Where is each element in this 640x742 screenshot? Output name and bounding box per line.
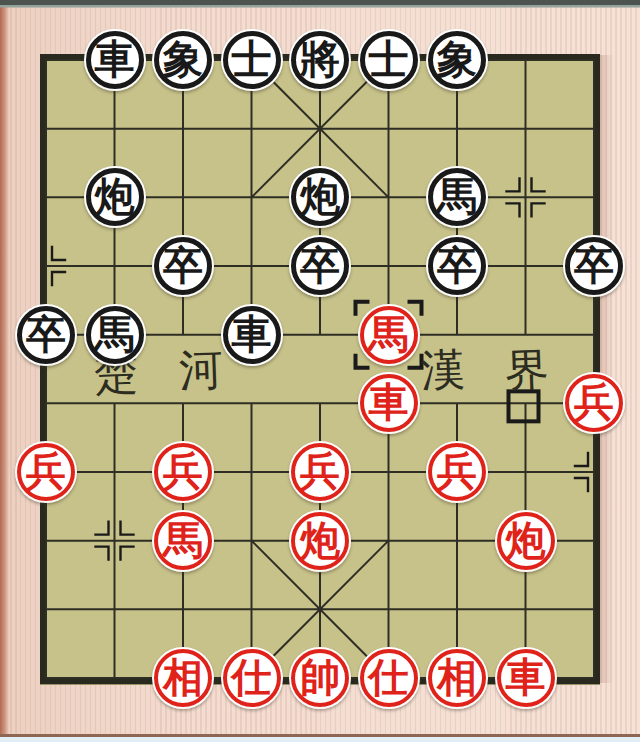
black-elephant-glyph: 象 bbox=[163, 39, 203, 79]
piece-red-soldier[interactable]: 兵 bbox=[289, 441, 351, 503]
piece-black-cannon[interactable]: 炮 bbox=[84, 166, 146, 228]
pieces-layer: 車象士將士象炮炮馬卒卒卒卒卒馬車馬車兵兵兵兵兵馬炮炮相仕帥仕相車 bbox=[0, 0, 640, 742]
red-soldier-glyph: 兵 bbox=[26, 451, 66, 491]
black-soldier-glyph: 卒 bbox=[574, 245, 614, 285]
piece-red-soldier[interactable]: 兵 bbox=[426, 441, 488, 503]
piece-black-advisor[interactable]: 士 bbox=[221, 29, 283, 91]
red-soldier-glyph: 兵 bbox=[300, 451, 340, 491]
black-chariot-glyph: 車 bbox=[95, 39, 135, 79]
red-chariot-glyph: 車 bbox=[369, 382, 409, 422]
piece-red-soldier[interactable]: 兵 bbox=[152, 441, 214, 503]
piece-red-horse[interactable]: 馬 bbox=[152, 510, 214, 572]
red-elephant-glyph: 相 bbox=[163, 657, 203, 697]
piece-black-chariot[interactable]: 車 bbox=[84, 29, 146, 91]
red-general-glyph: 帥 bbox=[300, 657, 340, 697]
red-horse-glyph: 馬 bbox=[163, 520, 203, 560]
piece-red-horse[interactable]: 馬 bbox=[358, 304, 420, 366]
piece-black-general[interactable]: 將 bbox=[289, 29, 351, 91]
black-horse-glyph: 馬 bbox=[95, 314, 135, 354]
piece-black-soldier[interactable]: 卒 bbox=[289, 235, 351, 297]
piece-black-soldier[interactable]: 卒 bbox=[426, 235, 488, 297]
piece-black-horse[interactable]: 馬 bbox=[426, 166, 488, 228]
black-soldier-glyph: 卒 bbox=[300, 245, 340, 285]
piece-red-cannon[interactable]: 炮 bbox=[289, 510, 351, 572]
piece-red-chariot[interactable]: 車 bbox=[495, 647, 557, 709]
piece-black-cannon[interactable]: 炮 bbox=[289, 166, 351, 228]
black-soldier-glyph: 卒 bbox=[163, 245, 203, 285]
piece-black-soldier[interactable]: 卒 bbox=[152, 235, 214, 297]
black-soldier-glyph: 卒 bbox=[26, 314, 66, 354]
piece-red-soldier[interactable]: 兵 bbox=[15, 441, 77, 503]
red-horse-glyph: 馬 bbox=[369, 314, 409, 354]
red-soldier-glyph: 兵 bbox=[437, 451, 477, 491]
piece-red-general[interactable]: 帥 bbox=[289, 647, 351, 709]
piece-black-elephant[interactable]: 象 bbox=[426, 29, 488, 91]
frame-bottom-strip bbox=[0, 737, 640, 742]
red-soldier-glyph: 兵 bbox=[163, 451, 203, 491]
red-advisor-glyph: 仕 bbox=[232, 657, 272, 697]
red-chariot-glyph: 車 bbox=[506, 657, 546, 697]
black-cannon-glyph: 炮 bbox=[300, 176, 340, 216]
red-cannon-glyph: 炮 bbox=[506, 520, 546, 560]
piece-black-advisor[interactable]: 士 bbox=[358, 29, 420, 91]
piece-black-soldier[interactable]: 卒 bbox=[15, 304, 77, 366]
piece-red-chariot[interactable]: 車 bbox=[358, 372, 420, 434]
piece-red-elephant[interactable]: 相 bbox=[152, 647, 214, 709]
black-advisor-glyph: 士 bbox=[232, 39, 272, 79]
black-cannon-glyph: 炮 bbox=[95, 176, 135, 216]
piece-red-advisor[interactable]: 仕 bbox=[221, 647, 283, 709]
black-chariot-glyph: 車 bbox=[232, 314, 272, 354]
red-advisor-glyph: 仕 bbox=[369, 657, 409, 697]
red-soldier-glyph: 兵 bbox=[574, 382, 614, 422]
black-general-glyph: 將 bbox=[300, 39, 340, 79]
piece-black-soldier[interactable]: 卒 bbox=[563, 235, 625, 297]
black-soldier-glyph: 卒 bbox=[437, 245, 477, 285]
piece-black-horse[interactable]: 馬 bbox=[84, 304, 146, 366]
piece-red-elephant[interactable]: 相 bbox=[426, 647, 488, 709]
black-horse-glyph: 馬 bbox=[437, 176, 477, 216]
piece-red-advisor[interactable]: 仕 bbox=[358, 647, 420, 709]
piece-black-chariot[interactable]: 車 bbox=[221, 304, 283, 366]
piece-red-cannon[interactable]: 炮 bbox=[495, 510, 557, 572]
red-elephant-glyph: 相 bbox=[437, 657, 477, 697]
xiangqi-app: 楚 河 漢 界 車象士將士象炮炮馬卒卒卒卒卒馬車馬車兵兵兵兵兵馬炮炮相仕帥仕相車 bbox=[0, 0, 640, 742]
red-cannon-glyph: 炮 bbox=[300, 520, 340, 560]
piece-black-elephant[interactable]: 象 bbox=[152, 29, 214, 91]
piece-red-soldier[interactable]: 兵 bbox=[563, 372, 625, 434]
black-elephant-glyph: 象 bbox=[437, 39, 477, 79]
black-advisor-glyph: 士 bbox=[369, 39, 409, 79]
